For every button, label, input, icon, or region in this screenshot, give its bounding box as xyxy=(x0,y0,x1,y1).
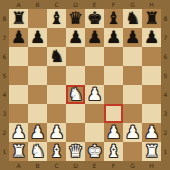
square-f3[interactable] xyxy=(104,104,123,123)
square-g3[interactable] xyxy=(123,104,142,123)
piece-white-knight[interactable]: ♞ xyxy=(30,142,45,161)
square-b1[interactable]: ♞ xyxy=(28,142,47,161)
file-label-bottom-a: A xyxy=(9,161,28,170)
piece-black-knight[interactable]: ♞ xyxy=(49,47,64,66)
piece-white-king[interactable]: ♚ xyxy=(87,142,102,161)
square-h4[interactable] xyxy=(142,85,161,104)
rank-label-left-6: 6 xyxy=(0,47,9,66)
square-e6[interactable] xyxy=(85,47,104,66)
square-e3[interactable] xyxy=(85,104,104,123)
rank-label-right-4: 4 xyxy=(161,85,170,104)
piece-white-rook[interactable]: ♜ xyxy=(144,142,159,161)
square-c7[interactable] xyxy=(47,28,66,47)
square-f2[interactable]: ♟ xyxy=(104,123,123,142)
rank-label-left-8: 8 xyxy=(0,9,9,28)
rank-label-right-6: 6 xyxy=(161,47,170,66)
piece-white-queen[interactable]: ♛ xyxy=(68,142,83,161)
square-h7[interactable]: ♟ xyxy=(142,28,161,47)
piece-black-rook[interactable]: ♜ xyxy=(144,9,159,28)
file-label-bottom-c: C xyxy=(47,161,66,170)
square-g1[interactable] xyxy=(123,142,142,161)
square-d3[interactable] xyxy=(66,104,85,123)
square-d7[interactable]: ♟ xyxy=(66,28,85,47)
piece-black-queen[interactable]: ♛ xyxy=(68,9,83,28)
square-c2[interactable]: ♟ xyxy=(47,123,66,142)
piece-black-knight[interactable]: ♞ xyxy=(125,9,140,28)
piece-white-pawn[interactable]: ♟ xyxy=(30,123,45,142)
file-label-top-b: B xyxy=(28,0,47,9)
piece-black-bishop[interactable]: ♝ xyxy=(106,9,121,28)
rank-label-right-8: 8 xyxy=(161,9,170,28)
square-d5[interactable] xyxy=(66,66,85,85)
square-b8[interactable] xyxy=(28,9,47,28)
square-c8[interactable]: ♝ xyxy=(47,9,66,28)
square-c4[interactable] xyxy=(47,85,66,104)
piece-black-pawn[interactable]: ♟ xyxy=(11,28,26,47)
piece-black-pawn[interactable]: ♟ xyxy=(144,28,159,47)
square-d1[interactable]: ♛ xyxy=(66,142,85,161)
square-h6[interactable] xyxy=(142,47,161,66)
square-f5[interactable] xyxy=(104,66,123,85)
file-label-bottom-e: E xyxy=(85,161,104,170)
piece-white-pawn[interactable]: ♟ xyxy=(144,123,159,142)
square-b6[interactable] xyxy=(28,47,47,66)
piece-white-bishop[interactable]: ♝ xyxy=(49,142,64,161)
square-b5[interactable] xyxy=(28,66,47,85)
square-a7[interactable]: ♟ xyxy=(9,28,28,47)
piece-black-bishop[interactable]: ♝ xyxy=(49,9,64,28)
chess-board: ♜♝♛♚♝♞♜♟♟♟♟♟♟♟♞♞♟♟♟♟♟♟♟♜♞♝♛♚♝♜ AABBCCDDE… xyxy=(0,0,170,170)
square-e4[interactable]: ♟ xyxy=(85,85,104,104)
piece-white-bishop[interactable]: ♝ xyxy=(106,142,121,161)
piece-white-knight[interactable]: ♞ xyxy=(68,85,83,104)
rank-label-left-5: 5 xyxy=(0,66,9,85)
rank-label-left-2: 2 xyxy=(0,123,9,142)
square-c1[interactable]: ♝ xyxy=(47,142,66,161)
file-label-bottom-d: D xyxy=(66,161,85,170)
square-d8[interactable]: ♛ xyxy=(66,9,85,28)
piece-black-king[interactable]: ♚ xyxy=(87,9,102,28)
square-a8[interactable]: ♜ xyxy=(9,9,28,28)
square-g5[interactable] xyxy=(123,66,142,85)
square-b7[interactable]: ♟ xyxy=(28,28,47,47)
rank-label-left-1: 1 xyxy=(0,142,9,161)
square-b4[interactable] xyxy=(28,85,47,104)
piece-black-pawn[interactable]: ♟ xyxy=(125,28,140,47)
piece-white-pawn[interactable]: ♟ xyxy=(106,123,121,142)
square-h8[interactable]: ♜ xyxy=(142,9,161,28)
piece-white-rook[interactable]: ♜ xyxy=(11,142,26,161)
rank-label-right-5: 5 xyxy=(161,66,170,85)
file-label-bottom-h: H xyxy=(142,161,161,170)
square-a5[interactable] xyxy=(9,66,28,85)
square-a1[interactable]: ♜ xyxy=(9,142,28,161)
square-h2[interactable]: ♟ xyxy=(142,123,161,142)
piece-white-pawn[interactable]: ♟ xyxy=(11,123,26,142)
square-c3[interactable] xyxy=(47,104,66,123)
square-h1[interactable]: ♜ xyxy=(142,142,161,161)
file-label-bottom-g: G xyxy=(123,161,142,170)
piece-white-pawn[interactable]: ♟ xyxy=(125,123,140,142)
piece-black-pawn[interactable]: ♟ xyxy=(87,28,102,47)
square-f8[interactable]: ♝ xyxy=(104,9,123,28)
rank-label-right-1: 1 xyxy=(161,142,170,161)
rank-label-left-7: 7 xyxy=(0,28,9,47)
square-e5[interactable] xyxy=(85,66,104,85)
square-e1[interactable]: ♚ xyxy=(85,142,104,161)
rank-label-right-7: 7 xyxy=(161,28,170,47)
square-b2[interactable]: ♟ xyxy=(28,123,47,142)
square-g2[interactable]: ♟ xyxy=(123,123,142,142)
square-h5[interactable] xyxy=(142,66,161,85)
square-c5[interactable] xyxy=(47,66,66,85)
rank-label-left-3: 3 xyxy=(0,104,9,123)
piece-white-pawn[interactable]: ♟ xyxy=(49,123,64,142)
piece-black-pawn[interactable]: ♟ xyxy=(68,28,83,47)
square-c6[interactable]: ♞ xyxy=(47,47,66,66)
piece-black-pawn[interactable]: ♟ xyxy=(30,28,45,47)
square-g4[interactable] xyxy=(123,85,142,104)
square-g7[interactable]: ♟ xyxy=(123,28,142,47)
square-d2[interactable] xyxy=(66,123,85,142)
square-g8[interactable]: ♞ xyxy=(123,9,142,28)
square-a6[interactable] xyxy=(9,47,28,66)
square-a2[interactable]: ♟ xyxy=(9,123,28,142)
square-f6[interactable] xyxy=(104,47,123,66)
rank-label-left-4: 4 xyxy=(0,85,9,104)
square-d4[interactable]: ♞ xyxy=(66,85,85,104)
square-f1[interactable]: ♝ xyxy=(104,142,123,161)
square-e7[interactable]: ♟ xyxy=(85,28,104,47)
square-g6[interactable] xyxy=(123,47,142,66)
square-a4[interactable] xyxy=(9,85,28,104)
square-e2[interactable] xyxy=(85,123,104,142)
square-a3[interactable] xyxy=(9,104,28,123)
file-label-bottom-b: B xyxy=(28,161,47,170)
piece-black-rook[interactable]: ♜ xyxy=(11,9,26,28)
square-h3[interactable] xyxy=(142,104,161,123)
rank-label-right-3: 3 xyxy=(161,104,170,123)
square-e8[interactable]: ♚ xyxy=(85,9,104,28)
piece-white-pawn[interactable]: ♟ xyxy=(87,85,102,104)
square-d6[interactable] xyxy=(66,47,85,66)
board-grid: ♜♝♛♚♝♞♜♟♟♟♟♟♟♟♞♞♟♟♟♟♟♟♟♜♞♝♛♚♝♜ xyxy=(9,9,161,161)
square-b3[interactable] xyxy=(28,104,47,123)
square-f4[interactable] xyxy=(104,85,123,104)
file-label-bottom-f: F xyxy=(104,161,123,170)
rank-label-right-2: 2 xyxy=(161,123,170,142)
piece-black-pawn[interactable]: ♟ xyxy=(106,28,121,47)
square-f7[interactable]: ♟ xyxy=(104,28,123,47)
